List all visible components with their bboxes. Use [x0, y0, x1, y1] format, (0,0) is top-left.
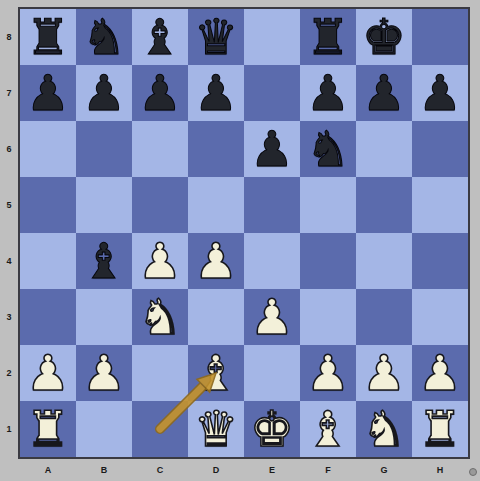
file-label-c: C — [132, 459, 188, 480]
square-d7[interactable]: ♟ — [188, 65, 244, 121]
square-h5[interactable] — [412, 177, 468, 233]
square-d5[interactable] — [188, 177, 244, 233]
square-g8[interactable]: ♚ — [356, 9, 412, 65]
white-rook[interactable]: ♜ — [412, 401, 468, 457]
rank-label-4: 4 — [0, 233, 18, 289]
black-pawn[interactable]: ♟ — [356, 65, 412, 121]
square-h3[interactable] — [412, 289, 468, 345]
square-b5[interactable] — [76, 177, 132, 233]
square-d1[interactable]: ♛ — [188, 401, 244, 457]
black-pawn[interactable]: ♟ — [412, 65, 468, 121]
square-c6[interactable] — [132, 121, 188, 177]
square-b2[interactable]: ♟ — [76, 345, 132, 401]
square-b7[interactable]: ♟ — [76, 65, 132, 121]
square-a6[interactable] — [20, 121, 76, 177]
file-label-g: G — [356, 459, 412, 480]
white-knight[interactable]: ♞ — [356, 401, 412, 457]
rank-label-2: 2 — [0, 345, 18, 401]
black-knight[interactable]: ♞ — [300, 121, 356, 177]
black-knight[interactable]: ♞ — [76, 9, 132, 65]
white-pawn[interactable]: ♟ — [20, 345, 76, 401]
file-label-a: A — [20, 459, 76, 480]
rank-label-6: 6 — [0, 121, 18, 177]
black-pawn[interactable]: ♟ — [300, 65, 356, 121]
square-c2[interactable] — [132, 345, 188, 401]
square-g4[interactable] — [356, 233, 412, 289]
square-b3[interactable] — [76, 289, 132, 345]
white-rook[interactable]: ♜ — [20, 401, 76, 457]
white-pawn[interactable]: ♟ — [132, 233, 188, 289]
square-f3[interactable] — [300, 289, 356, 345]
file-label-e: E — [244, 459, 300, 480]
white-pawn[interactable]: ♟ — [244, 289, 300, 345]
file-label-f: F — [300, 459, 356, 480]
rank-labels: 87654321 — [0, 9, 18, 457]
square-f2[interactable]: ♟ — [300, 345, 356, 401]
square-b8[interactable]: ♞ — [76, 9, 132, 65]
square-b1[interactable] — [76, 401, 132, 457]
square-d6[interactable] — [188, 121, 244, 177]
white-pawn[interactable]: ♟ — [412, 345, 468, 401]
square-e4[interactable] — [244, 233, 300, 289]
file-label-d: D — [188, 459, 244, 480]
square-c3[interactable]: ♞ — [132, 289, 188, 345]
square-g1[interactable]: ♞ — [356, 401, 412, 457]
square-c8[interactable]: ♝ — [132, 9, 188, 65]
black-king[interactable]: ♚ — [356, 9, 412, 65]
file-label-b: B — [76, 459, 132, 480]
square-c5[interactable] — [132, 177, 188, 233]
square-h4[interactable] — [412, 233, 468, 289]
white-pawn[interactable]: ♟ — [188, 233, 244, 289]
square-a4[interactable] — [20, 233, 76, 289]
square-e5[interactable] — [244, 177, 300, 233]
white-pawn[interactable]: ♟ — [76, 345, 132, 401]
square-g5[interactable] — [356, 177, 412, 233]
square-h1[interactable]: ♜ — [412, 401, 468, 457]
square-a8[interactable]: ♜ — [20, 9, 76, 65]
square-a2[interactable]: ♟ — [20, 345, 76, 401]
square-b6[interactable] — [76, 121, 132, 177]
black-rook[interactable]: ♜ — [300, 9, 356, 65]
square-e8[interactable] — [244, 9, 300, 65]
white-queen[interactable]: ♛ — [188, 401, 244, 457]
chess-app-window: 87654321 ♜♞♝♛♜♚♟♟♟♟♟♟♟♟♞♝♟♟♞♟♟♟♝♟♟♟♜♛♚♝♞… — [0, 0, 480, 481]
square-d2[interactable]: ♝ — [188, 345, 244, 401]
square-c4[interactable]: ♟ — [132, 233, 188, 289]
rank-label-8: 8 — [0, 9, 18, 65]
square-c1[interactable] — [132, 401, 188, 457]
white-pawn[interactable]: ♟ — [356, 345, 412, 401]
square-f5[interactable] — [300, 177, 356, 233]
square-e3[interactable]: ♟ — [244, 289, 300, 345]
square-g7[interactable]: ♟ — [356, 65, 412, 121]
rank-label-5: 5 — [0, 177, 18, 233]
square-f8[interactable]: ♜ — [300, 9, 356, 65]
white-bishop[interactable]: ♝ — [300, 401, 356, 457]
square-d3[interactable] — [188, 289, 244, 345]
white-knight[interactable]: ♞ — [132, 289, 188, 345]
square-a3[interactable] — [20, 289, 76, 345]
black-bishop[interactable]: ♝ — [132, 9, 188, 65]
square-a7[interactable]: ♟ — [20, 65, 76, 121]
black-pawn[interactable]: ♟ — [20, 65, 76, 121]
rank-label-1: 1 — [0, 401, 18, 457]
chess-board[interactable]: ♜♞♝♛♜♚♟♟♟♟♟♟♟♟♞♝♟♟♞♟♟♟♝♟♟♟♜♛♚♝♞♜ — [18, 7, 470, 459]
square-f6[interactable]: ♞ — [300, 121, 356, 177]
corner-dot-icon — [469, 468, 477, 476]
white-king[interactable]: ♚ — [244, 401, 300, 457]
square-f7[interactable]: ♟ — [300, 65, 356, 121]
square-g6[interactable] — [356, 121, 412, 177]
rank-label-7: 7 — [0, 65, 18, 121]
square-c7[interactable]: ♟ — [132, 65, 188, 121]
square-g3[interactable] — [356, 289, 412, 345]
square-e7[interactable] — [244, 65, 300, 121]
square-g2[interactable]: ♟ — [356, 345, 412, 401]
square-e1[interactable]: ♚ — [244, 401, 300, 457]
square-f1[interactable]: ♝ — [300, 401, 356, 457]
rank-label-3: 3 — [0, 289, 18, 345]
white-bishop[interactable]: ♝ — [188, 345, 244, 401]
square-e2[interactable] — [244, 345, 300, 401]
file-labels: ABCDEFGH — [20, 459, 468, 480]
square-b4[interactable]: ♝ — [76, 233, 132, 289]
black-queen[interactable]: ♛ — [188, 9, 244, 65]
square-d8[interactable]: ♛ — [188, 9, 244, 65]
square-h8[interactable] — [412, 9, 468, 65]
square-d4[interactable]: ♟ — [188, 233, 244, 289]
black-pawn[interactable]: ♟ — [188, 65, 244, 121]
square-a5[interactable] — [20, 177, 76, 233]
square-h2[interactable]: ♟ — [412, 345, 468, 401]
square-f4[interactable] — [300, 233, 356, 289]
black-bishop[interactable]: ♝ — [76, 233, 132, 289]
black-pawn[interactable]: ♟ — [132, 65, 188, 121]
white-pawn[interactable]: ♟ — [300, 345, 356, 401]
file-label-h: H — [412, 459, 468, 480]
black-rook[interactable]: ♜ — [20, 9, 76, 65]
square-h7[interactable]: ♟ — [412, 65, 468, 121]
black-pawn[interactable]: ♟ — [244, 121, 300, 177]
square-e6[interactable]: ♟ — [244, 121, 300, 177]
square-a1[interactable]: ♜ — [20, 401, 76, 457]
square-h6[interactable] — [412, 121, 468, 177]
black-pawn[interactable]: ♟ — [76, 65, 132, 121]
